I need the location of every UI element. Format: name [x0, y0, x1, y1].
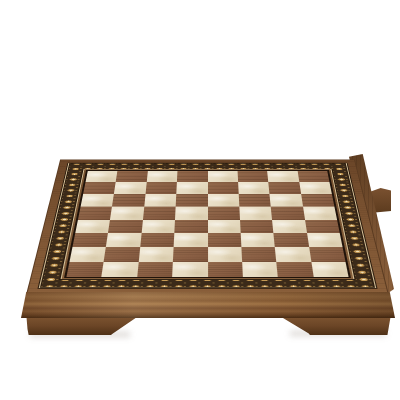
square-e7[interactable] [208, 182, 239, 194]
square-c1[interactable] [137, 262, 173, 277]
square-g4[interactable] [272, 220, 306, 233]
square-f3[interactable] [241, 233, 275, 247]
square-a5[interactable] [78, 207, 112, 220]
square-b3[interactable] [106, 233, 141, 247]
square-d8[interactable] [177, 171, 208, 182]
square-a3[interactable] [72, 233, 108, 247]
square-e6[interactable] [208, 194, 240, 206]
square-a8[interactable] [85, 171, 117, 182]
square-a4[interactable] [75, 220, 110, 233]
square-f6[interactable] [239, 194, 271, 206]
front-molded-edge [21, 292, 395, 318]
square-h8[interactable] [297, 171, 329, 182]
square-g6[interactable] [270, 194, 303, 206]
square-h6[interactable] [301, 194, 335, 206]
square-d2[interactable] [173, 247, 207, 262]
square-a2[interactable] [70, 247, 107, 262]
square-h4[interactable] [305, 220, 340, 233]
square-h2[interactable] [309, 247, 346, 262]
square-h5[interactable] [303, 207, 337, 220]
product-photo-stage [0, 0, 400, 400]
square-d1[interactable] [172, 262, 207, 277]
square-e8[interactable] [208, 171, 239, 182]
playing-field [66, 171, 348, 277]
square-g5[interactable] [271, 207, 305, 220]
square-c7[interactable] [145, 182, 177, 194]
square-a1[interactable] [66, 262, 104, 277]
square-f7[interactable] [238, 182, 270, 194]
square-h7[interactable] [299, 182, 332, 194]
square-d7[interactable] [176, 182, 207, 194]
square-b4[interactable] [108, 220, 142, 233]
square-g7[interactable] [269, 182, 301, 194]
square-b8[interactable] [116, 171, 148, 182]
square-g8[interactable] [267, 171, 299, 182]
square-c5[interactable] [143, 207, 176, 220]
square-b2[interactable] [104, 247, 140, 262]
square-g3[interactable] [274, 233, 309, 247]
square-e1[interactable] [208, 262, 243, 277]
square-d5[interactable] [175, 207, 207, 220]
square-b1[interactable] [102, 262, 139, 277]
square-e5[interactable] [208, 207, 240, 220]
square-a6[interactable] [81, 194, 115, 206]
chessboard [26, 160, 388, 294]
square-f2[interactable] [241, 247, 276, 262]
square-b5[interactable] [110, 207, 144, 220]
square-f5[interactable] [239, 207, 272, 220]
square-h1[interactable] [311, 262, 349, 277]
square-a7[interactable] [83, 182, 116, 194]
square-g2[interactable] [275, 247, 311, 262]
square-c8[interactable] [146, 171, 177, 182]
square-d6[interactable] [176, 194, 208, 206]
square-h3[interactable] [307, 233, 343, 247]
square-e2[interactable] [208, 247, 242, 262]
square-b7[interactable] [114, 182, 146, 194]
square-d3[interactable] [174, 233, 208, 247]
square-c2[interactable] [139, 247, 174, 262]
square-g1[interactable] [276, 262, 313, 277]
square-c3[interactable] [140, 233, 174, 247]
square-f8[interactable] [237, 171, 268, 182]
square-d4[interactable] [174, 220, 207, 233]
square-e4[interactable] [208, 220, 241, 233]
square-b6[interactable] [112, 194, 145, 206]
square-e3[interactable] [208, 233, 242, 247]
square-f4[interactable] [240, 220, 274, 233]
square-c4[interactable] [141, 220, 175, 233]
square-f1[interactable] [242, 262, 278, 277]
square-c6[interactable] [144, 194, 176, 206]
